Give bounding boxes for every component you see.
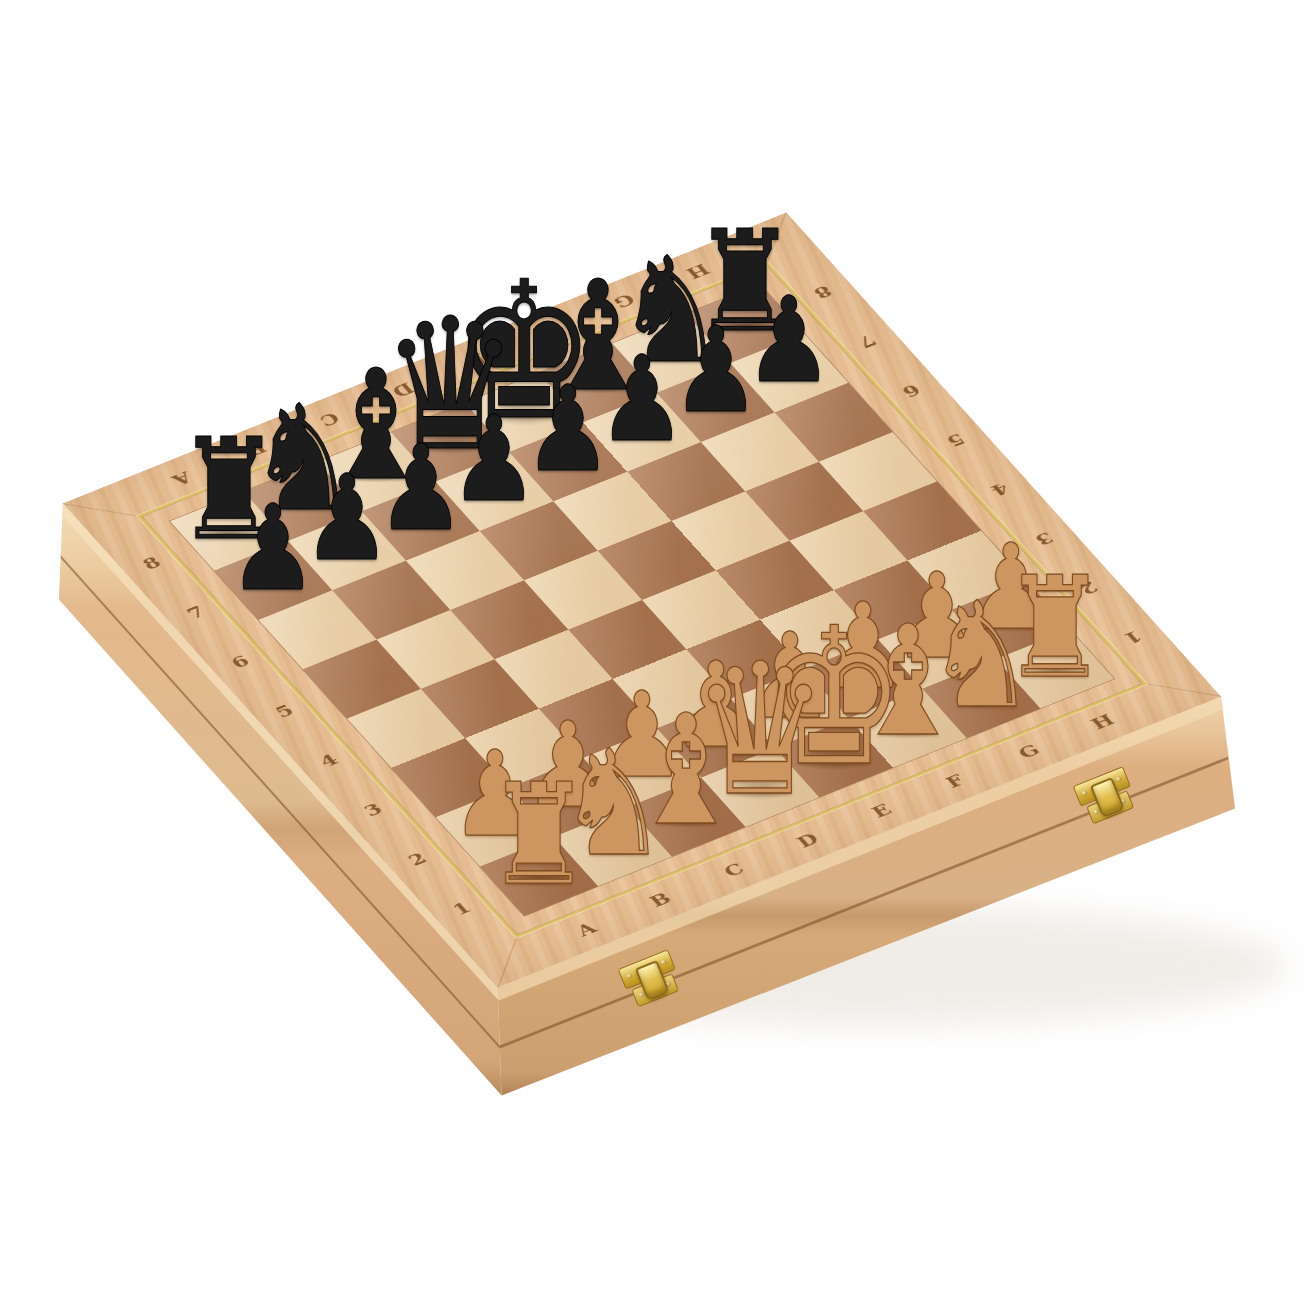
rank-label-left-6: 6 <box>227 652 253 671</box>
piece-black-pawn-a7[interactable]: ♟ <box>229 489 318 607</box>
file-label-near-a: A <box>572 919 599 938</box>
rank-label-left-7: 7 <box>182 602 208 621</box>
mitre-joint <box>498 937 518 988</box>
rank-label-left-2: 2 <box>404 849 430 868</box>
chess-box-photo: AABBCCDDEEFFGGHH8877665544332211 ♜♞♝♛♚♝♞… <box>0 0 1313 1302</box>
rank-label-right-4: 4 <box>987 480 1013 499</box>
file-label-near-c: C <box>720 860 748 880</box>
rank-label-right-5: 5 <box>943 431 969 450</box>
file-label-near-b: B <box>645 889 674 909</box>
rank-label-left-4: 4 <box>315 750 341 769</box>
rank-label-right-6: 6 <box>899 382 925 401</box>
file-label-near-f: F <box>942 771 968 790</box>
rank-label-right-1: 1 <box>1120 628 1146 647</box>
rank-label-left-1: 1 <box>448 898 474 917</box>
file-label-near-g: G <box>1014 741 1043 761</box>
rank-label-left-8: 8 <box>138 553 164 572</box>
rank-label-left-3: 3 <box>360 800 386 819</box>
rank-label-left-5: 5 <box>271 701 297 720</box>
rank-label-right-7: 7 <box>854 332 880 351</box>
file-label-near-h: H <box>1087 711 1117 732</box>
piece-white-rook-a1[interactable]: ♜ <box>486 765 591 905</box>
mitre-joint <box>1145 683 1221 696</box>
mitre-joint <box>63 503 139 516</box>
